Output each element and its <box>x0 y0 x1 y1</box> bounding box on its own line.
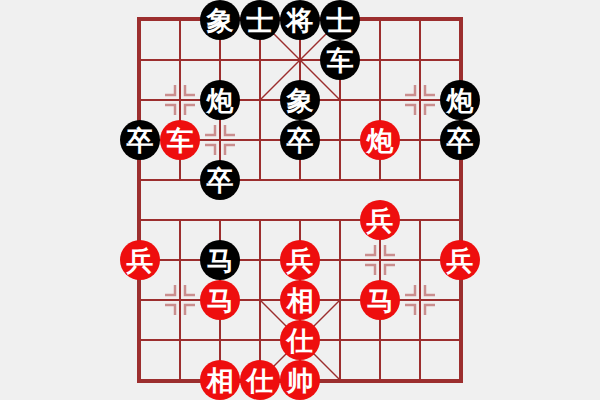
piece-red-horse[interactable]: 马 <box>360 280 400 320</box>
piece-red-soldier[interactable]: 兵 <box>280 240 320 280</box>
xiangqi-board: 象士将士车炮象炮卒车卒炮卒卒兵兵马兵兵马相马仕相仕帅 <box>0 0 600 400</box>
piece-red-soldier[interactable]: 兵 <box>360 200 400 240</box>
piece-black-advisor[interactable]: 士 <box>320 0 360 40</box>
piece-black-general[interactable]: 将 <box>280 0 320 40</box>
piece-black-elephant[interactable]: 象 <box>200 0 240 40</box>
piece-black-rook[interactable]: 车 <box>320 40 360 80</box>
piece-black-elephant[interactable]: 象 <box>280 80 320 120</box>
piece-red-advisor[interactable]: 仕 <box>280 320 320 360</box>
piece-red-soldier[interactable]: 兵 <box>120 240 160 280</box>
piece-black-soldier[interactable]: 卒 <box>280 120 320 160</box>
piece-red-cannon[interactable]: 炮 <box>360 120 400 160</box>
piece-black-horse[interactable]: 马 <box>200 240 240 280</box>
piece-black-cannon[interactable]: 炮 <box>200 80 240 120</box>
piece-black-soldier[interactable]: 卒 <box>200 160 240 200</box>
piece-red-soldier[interactable]: 兵 <box>440 240 480 280</box>
piece-black-soldier[interactable]: 卒 <box>440 120 480 160</box>
piece-red-general[interactable]: 帅 <box>280 360 320 400</box>
piece-red-horse[interactable]: 马 <box>200 280 240 320</box>
piece-black-advisor[interactable]: 士 <box>240 0 280 40</box>
piece-black-soldier[interactable]: 卒 <box>120 120 160 160</box>
piece-red-rook[interactable]: 车 <box>160 120 200 160</box>
piece-red-elephant[interactable]: 相 <box>280 280 320 320</box>
piece-black-cannon[interactable]: 炮 <box>440 80 480 120</box>
piece-red-elephant[interactable]: 相 <box>200 360 240 400</box>
piece-red-advisor[interactable]: 仕 <box>240 360 280 400</box>
